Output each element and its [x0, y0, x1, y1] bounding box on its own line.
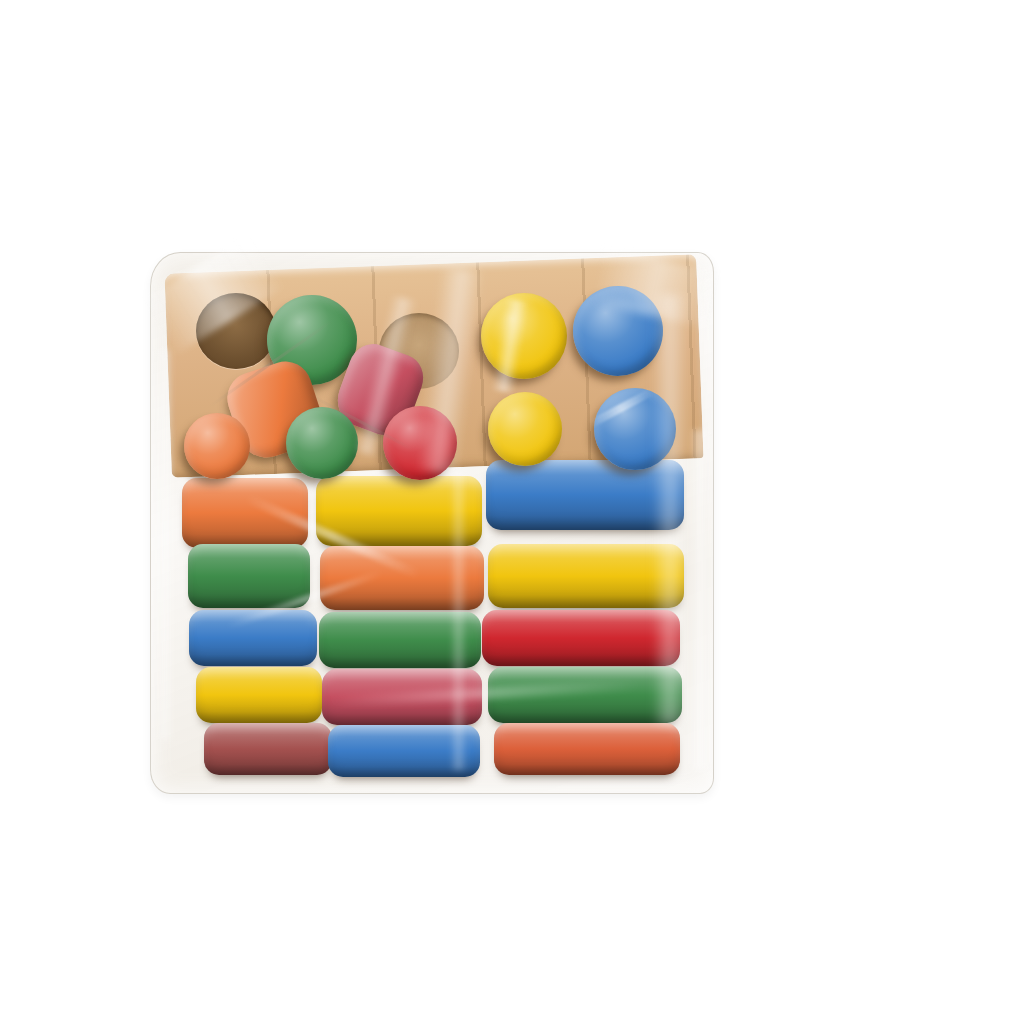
product-photo-stage [0, 0, 1024, 1024]
plastic-bag [150, 252, 714, 794]
